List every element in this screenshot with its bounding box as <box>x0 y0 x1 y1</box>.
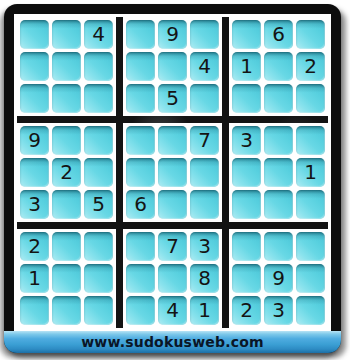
given-digit: 5 <box>166 88 179 108</box>
cell-r5c9[interactable]: 1 <box>296 158 325 187</box>
given-digit: 7 <box>198 130 211 150</box>
given-digit: 4 <box>92 24 105 44</box>
cell-r9c3[interactable] <box>84 296 113 325</box>
box-7: 21 <box>17 229 116 328</box>
cell-r5c6[interactable] <box>190 158 219 187</box>
given-digit: 2 <box>60 162 73 182</box>
cell-r5c7[interactable] <box>232 158 261 187</box>
cell-r1c2[interactable] <box>52 20 81 49</box>
given-digit: 1 <box>240 56 253 76</box>
box-6: 31 <box>229 123 328 222</box>
cell-r3c8[interactable] <box>264 84 293 113</box>
cell-r3c4[interactable] <box>126 84 155 113</box>
cell-r6c7[interactable] <box>232 190 261 219</box>
given-digit: 4 <box>198 56 211 76</box>
cell-r7c1[interactable]: 2 <box>20 232 49 261</box>
cell-r3c9[interactable] <box>296 84 325 113</box>
cell-r9c9[interactable] <box>296 296 325 325</box>
given-digit: 1 <box>28 268 41 288</box>
box-4: 9235 <box>17 123 116 222</box>
cell-r1c3[interactable]: 4 <box>84 20 113 49</box>
cell-r2c2[interactable] <box>52 52 81 81</box>
cell-r4c7[interactable]: 3 <box>232 126 261 155</box>
cell-r7c7[interactable] <box>232 232 261 261</box>
cell-r4c8[interactable] <box>264 126 293 155</box>
given-digit: 9 <box>28 130 41 150</box>
cell-r7c5[interactable]: 7 <box>158 232 187 261</box>
given-digit: 1 <box>198 300 211 320</box>
cell-r1c1[interactable] <box>20 20 49 49</box>
given-digit: 3 <box>240 130 253 150</box>
cell-r5c4[interactable] <box>126 158 155 187</box>
cell-r1c4[interactable] <box>126 20 155 49</box>
given-digit: 3 <box>28 194 41 214</box>
given-digit: 1 <box>304 162 317 182</box>
cell-r3c5[interactable]: 5 <box>158 84 187 113</box>
cell-r9c5[interactable]: 4 <box>158 296 187 325</box>
given-digit: 2 <box>240 300 253 320</box>
cell-r9c6[interactable]: 1 <box>190 296 219 325</box>
sudoku-board: 4945612923576312173841923 www.sudokusweb… <box>4 4 341 353</box>
cell-r1c6[interactable] <box>190 20 219 49</box>
cell-r5c2[interactable]: 2 <box>52 158 81 187</box>
cell-r9c4[interactable] <box>126 296 155 325</box>
cell-r5c5[interactable] <box>158 158 187 187</box>
cell-r6c9[interactable] <box>296 190 325 219</box>
cell-r2c6[interactable]: 4 <box>190 52 219 81</box>
box-5: 76 <box>123 123 222 222</box>
cell-r7c2[interactable] <box>52 232 81 261</box>
cell-r7c8[interactable] <box>264 232 293 261</box>
cell-r1c5[interactable]: 9 <box>158 20 187 49</box>
cell-r8c9[interactable] <box>296 264 325 293</box>
cell-r3c2[interactable] <box>52 84 81 113</box>
given-digit: 3 <box>272 300 285 320</box>
cell-r7c3[interactable] <box>84 232 113 261</box>
cell-r9c7[interactable]: 2 <box>232 296 261 325</box>
cell-r7c9[interactable] <box>296 232 325 261</box>
given-digit: 4 <box>166 300 179 320</box>
cell-r7c4[interactable] <box>126 232 155 261</box>
cell-r9c1[interactable] <box>20 296 49 325</box>
cell-r1c9[interactable] <box>296 20 325 49</box>
given-digit: 8 <box>198 268 211 288</box>
cell-r6c2[interactable] <box>52 190 81 219</box>
cell-r8c4[interactable] <box>126 264 155 293</box>
cell-r4c1[interactable]: 9 <box>20 126 49 155</box>
cell-r2c9[interactable]: 2 <box>296 52 325 81</box>
given-digit: 6 <box>134 194 147 214</box>
cell-r8c8[interactable]: 9 <box>264 264 293 293</box>
box-1: 4 <box>17 17 116 116</box>
cell-r1c8[interactable]: 6 <box>264 20 293 49</box>
given-digit: 9 <box>166 24 179 44</box>
box-8: 73841 <box>123 229 222 328</box>
cell-r2c8[interactable] <box>264 52 293 81</box>
cell-r5c3[interactable] <box>84 158 113 187</box>
cell-r3c7[interactable] <box>232 84 261 113</box>
given-digit: 7 <box>166 236 179 256</box>
cell-r4c2[interactable] <box>52 126 81 155</box>
cell-r4c3[interactable] <box>84 126 113 155</box>
cell-r9c2[interactable] <box>52 296 81 325</box>
given-digit: 6 <box>272 24 285 44</box>
cell-r3c6[interactable] <box>190 84 219 113</box>
board-inner-margin: 4945612923576312173841923 <box>14 14 331 331</box>
box-2: 945 <box>123 17 222 116</box>
box-3: 612 <box>229 17 328 116</box>
cell-r8c7[interactable] <box>232 264 261 293</box>
cell-r6c8[interactable] <box>264 190 293 219</box>
cell-r2c3[interactable] <box>84 52 113 81</box>
cell-r8c3[interactable] <box>84 264 113 293</box>
cell-r2c1[interactable] <box>20 52 49 81</box>
cell-r4c4[interactable] <box>126 126 155 155</box>
cell-r5c1[interactable] <box>20 158 49 187</box>
given-digit: 2 <box>304 56 317 76</box>
cell-r8c2[interactable] <box>52 264 81 293</box>
box-9: 923 <box>229 229 328 328</box>
cell-r6c3[interactable]: 5 <box>84 190 113 219</box>
cell-r4c6[interactable]: 7 <box>190 126 219 155</box>
sudoku-board-grid: 4945612923576312173841923 <box>17 17 328 328</box>
cell-r6c1[interactable]: 3 <box>20 190 49 219</box>
site-url[interactable]: www.sudokusweb.com <box>81 334 264 350</box>
cell-r6c4[interactable]: 6 <box>126 190 155 219</box>
cell-r2c5[interactable] <box>158 52 187 81</box>
cell-r9c8[interactable]: 3 <box>264 296 293 325</box>
cell-r1c7[interactable] <box>232 20 261 49</box>
footer-bar: www.sudokusweb.com <box>4 331 341 353</box>
given-digit: 9 <box>272 268 285 288</box>
cell-r5c8[interactable] <box>264 158 293 187</box>
cell-r2c7[interactable]: 1 <box>232 52 261 81</box>
cell-r6c5[interactable] <box>158 190 187 219</box>
given-digit: 2 <box>28 236 41 256</box>
cell-r8c5[interactable] <box>158 264 187 293</box>
cell-r3c3[interactable] <box>84 84 113 113</box>
cell-r3c1[interactable] <box>20 84 49 113</box>
cell-r6c6[interactable] <box>190 190 219 219</box>
cell-r4c5[interactable] <box>158 126 187 155</box>
cell-r2c4[interactable] <box>126 52 155 81</box>
given-digit: 3 <box>198 236 211 256</box>
given-digit: 5 <box>92 194 105 214</box>
cell-r7c6[interactable]: 3 <box>190 232 219 261</box>
cell-r8c1[interactable]: 1 <box>20 264 49 293</box>
cell-r8c6[interactable]: 8 <box>190 264 219 293</box>
cell-r4c9[interactable] <box>296 126 325 155</box>
